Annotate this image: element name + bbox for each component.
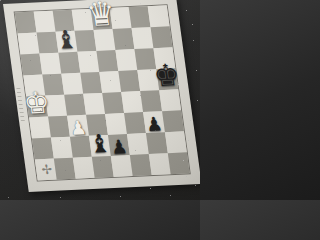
film-grain-background xyxy=(0,0,1,1)
board-square xyxy=(162,110,184,132)
board-square xyxy=(165,131,187,153)
edge-text-marking xyxy=(16,88,24,122)
chessboard-photo: ✢♛♝♚♚♟♟♝♟ xyxy=(0,0,200,200)
compass-rose-ornament: ✢ xyxy=(37,161,56,179)
chess-board: ✢♛♝♚♚♟♟♝♟ xyxy=(14,4,191,181)
board-mat: ✢♛♝♚♚♟♟♝♟ xyxy=(3,0,200,192)
board-square xyxy=(153,47,175,69)
board-square xyxy=(156,68,178,90)
board-square xyxy=(168,152,190,174)
board-square xyxy=(148,5,170,27)
board-square xyxy=(159,89,181,111)
film-grain-board xyxy=(0,0,1,1)
board-square xyxy=(151,26,173,48)
